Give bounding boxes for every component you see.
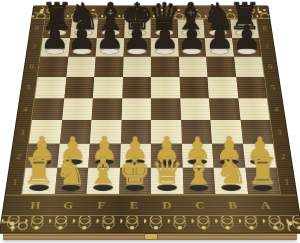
white-knight-b1: ♞ [215, 153, 248, 189]
square-e5 [122, 77, 151, 98]
rank-label: 1 [12, 177, 18, 186]
white-knight-g1: ♞ [54, 153, 87, 189]
file-labels: H G F E D C B A [3, 195, 300, 215]
rank-label: 8 [262, 25, 267, 31]
square-g5 [64, 77, 94, 98]
white-rook-a1: ♜ [247, 153, 280, 189]
file-label-b: B [216, 199, 250, 212]
white-queen-d1: ♛ [151, 153, 184, 189]
corner-ornament-icon [34, 7, 58, 15]
board-grid: ♜♞♝♚♛♝♞♜♟♟♟♟♟♟♟♟♟♟♟♟♟♟♟♟♜♞♝♚♛♝♞♜ [21, 19, 281, 195]
square-c4 [180, 98, 211, 120]
square-b6 [206, 57, 236, 77]
square-f6 [94, 57, 123, 77]
square-b1: ♞ [214, 168, 248, 194]
square-g7: ♟ [68, 38, 97, 57]
square-d1: ♛ [151, 168, 183, 194]
square-d4 [151, 98, 181, 120]
black-pawn-c7: ♟ [177, 21, 206, 54]
square-a6 [234, 57, 264, 77]
square-f5 [93, 77, 123, 98]
rank-label: 2 [280, 152, 286, 160]
file-label-d: D [151, 199, 184, 212]
rank-label: 5 [26, 84, 31, 91]
corner-ornament-icon [268, 218, 300, 232]
rank-label: 4 [274, 105, 279, 112]
rank-label: 5 [271, 84, 276, 91]
black-pawn-b7: ♟ [205, 21, 234, 54]
board-middle: 8 7 6 5 4 3 2 1 ♜♞♝♚♛♝♞♜♟♟♟♟♟♟♟♟♟♟♟♟♟♟♟♟… [6, 19, 297, 195]
white-king-e1: ♚ [119, 153, 152, 189]
white-bishop-c1: ♝ [183, 153, 216, 189]
square-c6 [178, 57, 207, 77]
rank-label: 8 [35, 25, 40, 31]
square-c1: ♝ [182, 168, 215, 194]
black-pawn-g7: ♟ [67, 21, 96, 54]
rank-label: 3 [277, 128, 283, 136]
square-d7: ♟ [151, 38, 179, 57]
square-f4 [91, 98, 121, 120]
corner-ornament-icon [2, 218, 34, 232]
square-b4 [209, 98, 240, 120]
file-label-g: G [52, 199, 86, 212]
square-h5 [35, 77, 66, 98]
square-g1: ♞ [54, 168, 88, 194]
square-d5 [151, 77, 180, 98]
file-label-h: H [19, 199, 53, 212]
black-pawn-e7: ♟ [122, 21, 151, 54]
black-pawn-a7: ♟ [232, 21, 261, 54]
black-pawn-h7: ♟ [40, 21, 69, 54]
square-g4 [62, 98, 93, 120]
rank-label: 2 [16, 152, 22, 160]
square-h4 [32, 98, 64, 120]
square-b5 [207, 77, 237, 98]
black-pawn-d7: ♟ [150, 21, 179, 54]
square-c7: ♟ [178, 38, 206, 57]
chess-board: 8 7 6 5 4 3 2 1 ♜♞♝♚♛♝♞♜♟♟♟♟♟♟♟♟♟♟♟♟♟♟♟♟… [0, 5, 300, 232]
square-f1: ♝ [87, 168, 120, 194]
square-a5 [236, 77, 267, 98]
rank-label: 7 [32, 44, 37, 50]
square-e4 [121, 98, 151, 120]
white-bishop-f1: ♝ [87, 153, 120, 189]
board-frame: 8 7 6 5 4 3 2 1 ♜♞♝♚♛♝♞♜♟♟♟♟♟♟♟♟♟♟♟♟♟♟♟♟… [0, 5, 300, 233]
black-pawn-f7: ♟ [95, 21, 124, 54]
square-e1: ♚ [119, 168, 151, 194]
square-b7: ♟ [205, 38, 234, 57]
brass-latch [144, 233, 158, 240]
file-label-c: C [184, 199, 218, 212]
rank-label: 7 [265, 44, 270, 50]
square-g6 [66, 57, 96, 77]
square-c5 [179, 77, 209, 98]
corner-ornament-icon [243, 7, 268, 15]
square-f7: ♟ [96, 38, 124, 57]
square-h6 [38, 57, 68, 77]
rank-label: 3 [19, 128, 25, 136]
rank-label: 6 [29, 63, 34, 70]
square-a4 [238, 98, 270, 120]
bottom-filigree-band [0, 215, 300, 233]
file-label-e: E [118, 199, 151, 212]
square-a7: ♟ [232, 38, 262, 57]
square-h1: ♜ [22, 168, 57, 194]
rank-label: 1 [284, 177, 290, 186]
square-a1: ♜ [245, 168, 280, 194]
file-label-a: A [249, 199, 283, 212]
rank-label: 4 [23, 105, 28, 112]
square-e6 [123, 57, 151, 77]
file-label-f: F [85, 199, 118, 212]
chess-set-photo: 8 7 6 5 4 3 2 1 ♜♞♝♚♛♝♞♜♟♟♟♟♟♟♟♟♟♟♟♟♟♟♟♟… [0, 0, 300, 243]
rank-label: 6 [268, 63, 273, 70]
square-d6 [151, 57, 179, 77]
white-rook-h1: ♜ [22, 153, 55, 189]
square-h7: ♟ [40, 38, 70, 57]
square-e7: ♟ [123, 38, 151, 57]
